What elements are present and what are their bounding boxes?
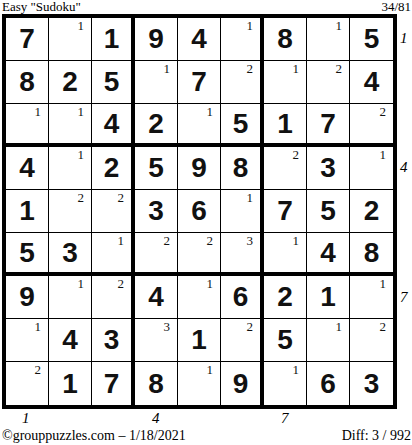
cell-r4c2[interactable]: 1: [49, 147, 92, 190]
pencil-mark: 1: [207, 277, 214, 290]
cell-r3c9[interactable]: 2: [350, 104, 393, 147]
given-digit: 6: [191, 197, 207, 225]
cell-r6c9[interactable]: 8: [350, 233, 393, 276]
cell-r4c7[interactable]: 2: [264, 147, 307, 190]
cell-r5c4[interactable]: 3: [135, 190, 178, 233]
cell-r1c4[interactable]: 9: [135, 18, 178, 61]
pencil-mark: 1: [78, 19, 85, 32]
given-digit: 5: [148, 154, 164, 182]
pencil-mark: 1: [293, 234, 300, 247]
given-digit: 9: [19, 283, 35, 311]
row-label-4: 4: [400, 160, 408, 175]
pencil-mark: 2: [247, 62, 254, 75]
given-digit: 1: [62, 370, 78, 398]
pencil-mark: 1: [78, 148, 85, 161]
cell-r5c7[interactable]: 7: [264, 190, 307, 233]
cell-r9c3[interactable]: 7: [92, 362, 135, 405]
cell-r3c4[interactable]: 2: [135, 104, 178, 147]
cell-r7c9[interactable]: 1: [350, 276, 393, 319]
cell-r7c6[interactable]: 6: [221, 276, 264, 319]
cell-r6c3[interactable]: 1: [92, 233, 135, 276]
given-digit: 4: [62, 326, 78, 354]
pencil-mark: 1: [293, 62, 300, 75]
given-digit: 1: [277, 110, 293, 138]
given-digit: 7: [104, 370, 120, 398]
cell-r1c1[interactable]: 7: [6, 18, 49, 61]
given-digit: 5: [364, 25, 380, 53]
cell-r9c9[interactable]: 3: [350, 362, 393, 405]
cell-r8c7[interactable]: 5: [264, 319, 307, 362]
pencil-mark: 1: [207, 105, 214, 118]
pencil-mark: 2: [35, 363, 42, 376]
cell-r3c5[interactable]: 1: [178, 104, 221, 147]
cell-r8c9[interactable]: 2: [350, 319, 393, 362]
cell-r5c3[interactable]: 2: [92, 190, 135, 233]
cell-r7c4[interactable]: 4: [135, 276, 178, 319]
cell-r2c6[interactable]: 2: [221, 61, 264, 104]
cell-r4c1[interactable]: 4: [6, 147, 49, 190]
cell-r4c3[interactable]: 2: [92, 147, 135, 190]
given-digit: 4: [320, 239, 336, 267]
cell-r1c2[interactable]: 1: [49, 18, 92, 61]
page-header: Easy "Sudoku" 34/81: [2, 0, 411, 13]
given-digit: 7: [277, 197, 293, 225]
cell-r7c8[interactable]: 1: [307, 276, 350, 319]
cell-r4c8[interactable]: 3: [307, 147, 350, 190]
given-digit: 8: [19, 68, 35, 96]
copyright-text: ©grouppuzzles.com – 1/18/2021: [2, 429, 186, 443]
pencil-mark: 2: [78, 191, 85, 204]
pencil-mark: 1: [380, 277, 387, 290]
cell-r9c7[interactable]: 1: [264, 362, 307, 405]
given-digit: 2: [148, 110, 164, 138]
given-digit: 1: [191, 326, 207, 354]
cell-r2c5[interactable]: 7: [178, 61, 221, 104]
given-digit: 5: [277, 326, 293, 354]
given-digit: 9: [191, 154, 207, 182]
cell-r5c8[interactable]: 5: [307, 190, 350, 233]
given-digit: 5: [320, 197, 336, 225]
cell-r2c3[interactable]: 5: [92, 61, 135, 104]
pencil-mark: 2: [336, 62, 343, 75]
cell-r4c6[interactable]: 8: [221, 147, 264, 190]
pencil-mark: 2: [293, 148, 300, 161]
given-digit: 7: [320, 110, 336, 138]
cell-r2c9[interactable]: 4: [350, 61, 393, 104]
cell-r2c7[interactable]: 1: [264, 61, 307, 104]
pencil-mark: 2: [118, 191, 125, 204]
given-digit: 3: [364, 370, 380, 398]
given-digit: 7: [191, 68, 207, 96]
cell-r7c7[interactable]: 2: [264, 276, 307, 319]
cell-r7c5[interactable]: 1: [178, 276, 221, 319]
pencil-mark: 3: [164, 320, 171, 333]
cell-r5c1[interactable]: 1: [6, 190, 49, 233]
given-digit: 1: [320, 283, 336, 311]
cell-r3c2[interactable]: 1: [49, 104, 92, 147]
pencil-mark: 1: [78, 277, 85, 290]
given-digit: 1: [19, 197, 35, 225]
column-label-1: 1: [22, 411, 30, 426]
pencil-mark: 1: [164, 62, 171, 75]
cell-r4c5[interactable]: 9: [178, 147, 221, 190]
pencil-mark: 1: [247, 191, 254, 204]
cell-r4c9[interactable]: 1: [350, 147, 393, 190]
given-digit: 4: [148, 283, 164, 311]
given-digit: 8: [277, 25, 293, 53]
pencil-mark: 1: [247, 19, 254, 32]
cell-r8c6[interactable]: 2: [221, 319, 264, 362]
cell-r8c2[interactable]: 4: [49, 319, 92, 362]
cell-r9c5[interactable]: 1: [178, 362, 221, 405]
given-digit: 6: [320, 370, 336, 398]
given-digit: 3: [320, 154, 336, 182]
pencil-mark: 1: [336, 19, 343, 32]
given-digit: 3: [104, 326, 120, 354]
pencil-mark: 2: [380, 105, 387, 118]
pencil-mark: 2: [164, 234, 171, 247]
sudoku-board: 7119418158251721241142151724125982311223…: [2, 14, 397, 409]
cell-r8c8[interactable]: 1: [307, 319, 350, 362]
given-digit: 9: [233, 370, 249, 398]
pencil-mark: 1: [35, 105, 42, 118]
cell-r8c1[interactable]: 1: [6, 319, 49, 362]
given-digit: 8: [364, 239, 380, 267]
pencil-mark: 2: [247, 320, 254, 333]
cell-r2c2[interactable]: 2: [49, 61, 92, 104]
given-digit: 8: [148, 370, 164, 398]
pencil-mark: 2: [207, 234, 214, 247]
empty-cell-counter: 34/81: [381, 0, 411, 13]
pencil-mark: 1: [207, 363, 214, 376]
cell-r1c9[interactable]: 5: [350, 18, 393, 61]
cell-r8c5[interactable]: 1: [178, 319, 221, 362]
column-label-7: 7: [281, 411, 289, 426]
cell-r3c6[interactable]: 5: [221, 104, 264, 147]
cell-r3c8[interactable]: 7: [307, 104, 350, 147]
pencil-mark: 1: [336, 320, 343, 333]
given-digit: 4: [191, 25, 207, 53]
pencil-mark: 3: [247, 234, 254, 247]
given-digit: 1: [104, 25, 120, 53]
cell-r8c3[interactable]: 3: [92, 319, 135, 362]
cell-r7c3[interactable]: 2: [92, 276, 135, 319]
cell-r5c2[interactable]: 2: [49, 190, 92, 233]
puzzle-title: Easy "Sudoku": [2, 0, 81, 13]
cell-r5c5[interactable]: 6: [178, 190, 221, 233]
cell-r5c9[interactable]: 2: [350, 190, 393, 233]
row-label-1: 1: [400, 31, 408, 46]
given-digit: 2: [277, 283, 293, 311]
given-digit: 5: [104, 68, 120, 96]
given-digit: 2: [104, 154, 120, 182]
cell-r3c3[interactable]: 4: [92, 104, 135, 147]
pencil-mark: 1: [118, 234, 125, 247]
pencil-mark: 2: [118, 277, 125, 290]
cell-r6c2[interactable]: 3: [49, 233, 92, 276]
given-digit: 6: [233, 283, 249, 311]
pencil-mark: 1: [35, 320, 42, 333]
given-digit: 3: [148, 197, 164, 225]
given-digit: 7: [19, 25, 35, 53]
cell-r4c4[interactable]: 5: [135, 147, 178, 190]
given-digit: 4: [104, 110, 120, 138]
cell-r9c6[interactable]: 9: [221, 362, 264, 405]
cell-r6c4[interactable]: 2: [135, 233, 178, 276]
cell-r3c1[interactable]: 1: [6, 104, 49, 147]
pencil-mark: 1: [78, 105, 85, 118]
given-digit: 4: [19, 154, 35, 182]
cell-r9c1[interactable]: 2: [6, 362, 49, 405]
cell-r1c3[interactable]: 1: [92, 18, 135, 61]
page-footer: ©grouppuzzles.com – 1/18/2021 Diff: 3 / …: [2, 429, 411, 443]
cell-r1c5[interactable]: 4: [178, 18, 221, 61]
cell-r2c1[interactable]: 8: [6, 61, 49, 104]
cell-r1c6[interactable]: 1: [221, 18, 264, 61]
row-label-7: 7: [400, 290, 408, 305]
cell-r7c1[interactable]: 9: [6, 276, 49, 319]
given-digit: 2: [62, 68, 78, 96]
cell-r6c5[interactable]: 2: [178, 233, 221, 276]
given-digit: 9: [148, 25, 164, 53]
cell-r9c4[interactable]: 8: [135, 362, 178, 405]
pencil-mark: 2: [380, 320, 387, 333]
given-digit: 8: [233, 154, 249, 182]
cell-r1c8[interactable]: 1: [307, 18, 350, 61]
cell-r9c2[interactable]: 1: [49, 362, 92, 405]
column-label-4: 4: [152, 411, 160, 426]
pencil-mark: 1: [293, 363, 300, 376]
cell-r6c1[interactable]: 5: [6, 233, 49, 276]
cell-r2c8[interactable]: 2: [307, 61, 350, 104]
cell-r8c4[interactable]: 3: [135, 319, 178, 362]
given-digit: 5: [233, 110, 249, 138]
cell-r1c7[interactable]: 8: [264, 18, 307, 61]
cell-r3c7[interactable]: 1: [264, 104, 307, 147]
given-digit: 3: [62, 239, 78, 267]
cell-r6c6[interactable]: 3: [221, 233, 264, 276]
pencil-mark: 1: [380, 148, 387, 161]
cell-r5c6[interactable]: 1: [221, 190, 264, 233]
cell-r6c7[interactable]: 1: [264, 233, 307, 276]
given-digit: 4: [364, 68, 380, 96]
given-digit: 5: [19, 239, 35, 267]
given-digit: 2: [364, 197, 380, 225]
difficulty-text: Diff: 3 / 992: [342, 429, 411, 443]
cell-r6c8[interactable]: 4: [307, 233, 350, 276]
cell-r7c2[interactable]: 1: [49, 276, 92, 319]
cell-r9c8[interactable]: 6: [307, 362, 350, 405]
cell-r2c4[interactable]: 1: [135, 61, 178, 104]
